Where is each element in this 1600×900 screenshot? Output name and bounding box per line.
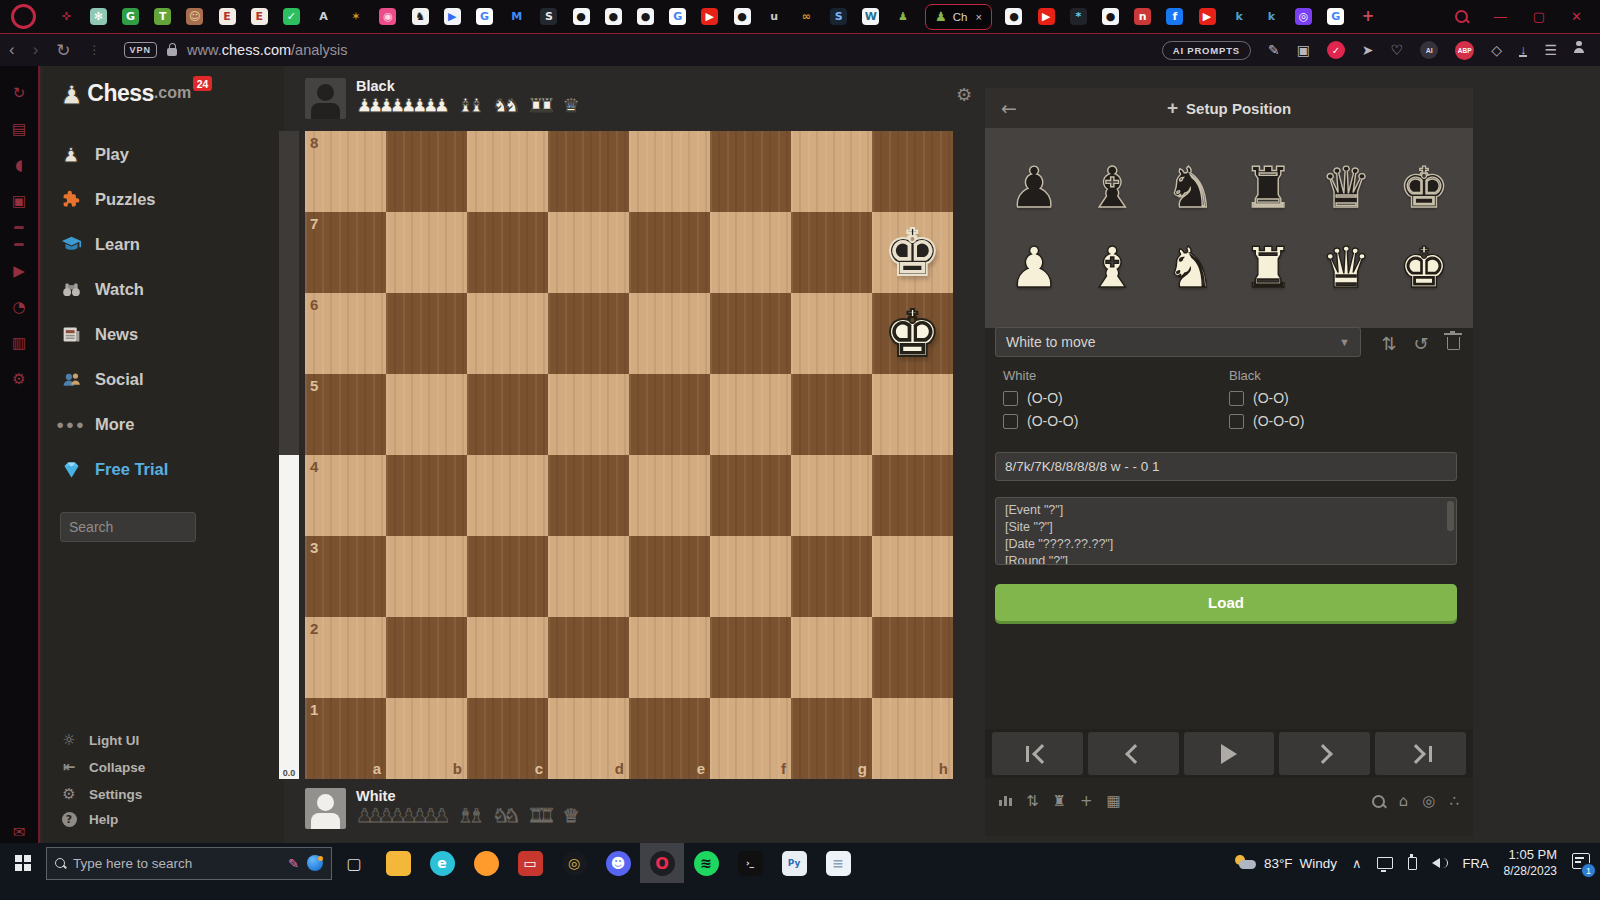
castling-option-row: (O-O-O) xyxy=(1003,413,1229,429)
castling-option-row: (O-O) xyxy=(1229,390,1455,406)
e-badge-favicon[interactable]: E xyxy=(251,8,268,25)
rank-label: 8 xyxy=(310,134,318,151)
vpn-badge[interactable]: VPN xyxy=(124,42,158,58)
sidebar-item-learn[interactable]: Learn xyxy=(60,222,284,267)
square-h1[interactable]: h xyxy=(872,698,953,779)
black-avatar[interactable] xyxy=(305,78,346,119)
shield-check-icon[interactable]: ✓ xyxy=(1327,41,1345,59)
threats-icon[interactable]: ♜ xyxy=(1053,792,1066,810)
captured-pawn-group: ♟♟♟♟♟♟♟♟ xyxy=(356,96,444,115)
square-d7[interactable] xyxy=(548,212,629,293)
square-e6[interactable] xyxy=(629,293,710,374)
square-f1[interactable]: f xyxy=(710,698,791,779)
wordpress-favicon[interactable]: W xyxy=(862,8,879,25)
puzzles-icon xyxy=(60,189,82,211)
action-center[interactable]: 1 xyxy=(1572,853,1590,873)
news-icon xyxy=(60,324,82,346)
file-label: e xyxy=(697,760,705,777)
infinity-favicon[interactable]: ∞ xyxy=(798,8,815,25)
black-king-palette-piece[interactable]: ♚ xyxy=(1399,148,1449,228)
discord-icon: ☻ xyxy=(606,851,631,876)
piece-palette: ♟♝♞♜♛♚♟♝♞♜♛♚ xyxy=(985,128,1473,328)
castling-checkbox[interactable] xyxy=(1229,391,1244,406)
github-favicon[interactable]: ● xyxy=(734,8,751,25)
help-icon: ? xyxy=(60,812,78,827)
square-a4[interactable]: 4 xyxy=(305,455,386,536)
white-bishop-palette-piece[interactable]: ♝ xyxy=(1087,228,1137,308)
share-icon[interactable]: ∴ xyxy=(1449,792,1459,810)
active-tab[interactable]: ♟ Ch × xyxy=(925,4,992,30)
sidebar-item-news[interactable]: News xyxy=(60,312,284,357)
sidebar-item-puzzles[interactable]: Puzzles xyxy=(60,177,284,222)
npm-favicon[interactable]: n xyxy=(1134,8,1151,25)
settings-icon: ⚙ xyxy=(60,785,78,803)
turn-select-dropdown[interactable]: White to move ▼ xyxy=(995,327,1361,357)
s-dark-favicon[interactable]: S xyxy=(540,8,557,25)
pgn-line: [Date "????.??.??"] xyxy=(1005,536,1447,553)
square-e7[interactable] xyxy=(629,212,710,293)
back-icon[interactable]: ‹ xyxy=(9,40,15,60)
black-knight-palette-piece[interactable]: ♞ xyxy=(1165,148,1215,228)
sidebar-item-free-trial[interactable]: Free Trial xyxy=(60,447,284,492)
react-favicon[interactable]: * xyxy=(1070,8,1087,25)
square-c6[interactable] xyxy=(467,293,548,374)
sidebar-footer-settings[interactable]: ⚙Settings xyxy=(60,785,145,803)
k-teal-favicon[interactable]: k xyxy=(1263,8,1280,25)
forward-icon[interactable]: › xyxy=(33,40,39,60)
square-g7[interactable] xyxy=(791,212,872,293)
file-explorer-taskbar-icon[interactable] xyxy=(376,843,420,883)
favorites-heart-icon[interactable]: ♡ xyxy=(1391,42,1404,58)
black-bishop-palette-piece[interactable]: ♝ xyxy=(1087,148,1137,228)
weather-temp: 83°F xyxy=(1264,856,1293,871)
flip-board-icon[interactable]: ⇅ xyxy=(1026,792,1039,810)
firefox-icon xyxy=(474,851,499,876)
square-d6[interactable] xyxy=(548,293,629,374)
square-e8[interactable] xyxy=(629,131,710,212)
lens-taskbar-icon[interactable]: ◎ xyxy=(552,843,596,883)
reload-icon[interactable]: ↻ xyxy=(56,40,70,60)
square-h6[interactable]: ♚ xyxy=(872,293,953,374)
snapshot-camera-icon[interactable]: ▣ xyxy=(1297,42,1310,58)
white-player-row: White ♟♟♟♟♟♟♟♟♝♝♞♞♜♜♛ xyxy=(305,788,587,829)
fen-input[interactable] xyxy=(995,452,1457,481)
square-c7[interactable] xyxy=(467,212,548,293)
logo-pawn-icon: ♟ xyxy=(60,80,83,110)
discord-taskbar-icon[interactable]: ☻ xyxy=(596,843,640,883)
square-h7[interactable]: ♚ xyxy=(872,212,953,293)
ai-prompts-button[interactable]: AI PROMPTS xyxy=(1162,41,1251,60)
chesscom-sidebar: ♟ Chess .com 24 ♟PlayPuzzlesLearnWatchNe… xyxy=(42,66,284,843)
reset-position-icon[interactable]: ↺ xyxy=(1409,331,1433,355)
collapse-icon: ⇤ xyxy=(60,758,78,776)
back-arrow-icon[interactable]: ← xyxy=(1001,97,1017,119)
google-favicon[interactable]: G xyxy=(669,8,686,25)
panel-title: Setup Position xyxy=(1186,100,1291,117)
spotify-taskbar-icon[interactable]: ≋ xyxy=(684,843,728,883)
square-c1[interactable]: c xyxy=(467,698,548,779)
watch-icon xyxy=(60,279,82,301)
rank-label: 4 xyxy=(310,458,318,475)
square-d8[interactable] xyxy=(548,131,629,212)
send-flow-icon[interactable]: ➤ xyxy=(1362,42,1374,58)
profile-icon[interactable] xyxy=(1574,48,1584,53)
play-circle-icon[interactable]: ▶ xyxy=(8,260,30,282)
castling-checkbox-label: (O-O-O) xyxy=(1253,413,1304,429)
square-d5[interactable] xyxy=(548,374,629,455)
square-f2[interactable] xyxy=(710,617,791,698)
square-g3[interactable] xyxy=(791,536,872,617)
square-f6[interactable] xyxy=(710,293,791,374)
castling-column-white: White(O-O)(O-O-O) xyxy=(1003,368,1229,429)
captured-queen-group: ♛ xyxy=(563,96,574,115)
file-label: c xyxy=(535,760,543,777)
tray-caret-icon[interactable]: ∧ xyxy=(1352,856,1362,871)
close-window-icon[interactable]: ✕ xyxy=(1571,9,1582,24)
square-b4[interactable] xyxy=(386,455,467,536)
square-b7[interactable] xyxy=(386,212,467,293)
pgn-textarea[interactable]: [Event "?"][Site "?"][Date "????.??.??"]… xyxy=(995,497,1457,565)
square-c4[interactable] xyxy=(467,455,548,536)
square-b8[interactable] xyxy=(386,131,467,212)
white-captured-pieces: ♟♟♟♟♟♟♟♟♝♝♞♞♜♜♛ xyxy=(356,805,587,825)
history-clock-icon[interactable]: ◔ xyxy=(8,296,30,318)
github-favicon[interactable]: ● xyxy=(1102,8,1119,25)
weather-condition: Windy xyxy=(1300,856,1338,871)
square-e4[interactable] xyxy=(629,455,710,536)
play-blue-favicon[interactable]: ▶ xyxy=(444,8,461,25)
castling-checkbox-label: (O-O) xyxy=(1253,390,1289,406)
square-a6[interactable]: 6 xyxy=(305,293,386,374)
pgn-line: [Event "?"] xyxy=(1005,502,1447,519)
file-label: h xyxy=(939,760,948,777)
youtube-favicon[interactable]: ▶ xyxy=(1199,8,1216,25)
dots-divider-icon: ⋮ xyxy=(89,43,101,57)
stats-icon[interactable] xyxy=(999,796,1012,806)
load-button[interactable]: Load xyxy=(995,584,1457,621)
sidebar-item-label: Learn xyxy=(95,235,140,254)
zoom-icon[interactable] xyxy=(1372,795,1385,808)
sidebar-footer-label: Collapse xyxy=(89,760,145,775)
castling-checkbox-label: (O-O) xyxy=(1027,390,1063,406)
square-f5[interactable] xyxy=(710,374,791,455)
square-h3[interactable] xyxy=(872,536,953,617)
rank-label: 6 xyxy=(310,296,318,313)
taskbar-apps: ▢e▭◎☻O≋›_Py≡ xyxy=(332,843,860,883)
youtube-favicon[interactable]: ▶ xyxy=(1038,8,1055,25)
taskbar-clock[interactable]: 1:05 PM 8/28/2023 xyxy=(1504,847,1557,878)
easy-setup-sliders-icon[interactable]: ☰ xyxy=(1544,42,1557,58)
black-rook-palette-piece[interactable]: ♜ xyxy=(1243,148,1293,228)
square-h4[interactable] xyxy=(872,455,953,536)
opera-gx-taskbar-icon[interactable]: O xyxy=(640,843,684,883)
social-icon xyxy=(60,369,82,391)
edge-taskbar-icon[interactable]: e xyxy=(420,843,464,883)
square-a8[interactable]: 8 xyxy=(305,131,386,212)
logo-tld: .com xyxy=(154,84,191,102)
tab-close-icon[interactable]: × xyxy=(975,11,981,23)
sidebar-search-input[interactable] xyxy=(60,512,196,542)
black-queen-palette-piece[interactable]: ♛ xyxy=(1321,148,1371,228)
address-url[interactable]: www.chess.com/analysis xyxy=(187,42,347,58)
notification-count-badge: 24 xyxy=(193,76,212,91)
browser-toolbar: ‹ › ↻ ⋮ VPN www.chess.com/analysis AI PR… xyxy=(0,34,1600,66)
square-b2[interactable] xyxy=(386,617,467,698)
square-h5[interactable] xyxy=(872,374,953,455)
minimize-icon[interactable]: — xyxy=(1494,9,1507,24)
black-player-name: Black xyxy=(356,78,587,94)
castling-checkbox[interactable] xyxy=(1229,414,1244,429)
square-d1[interactable]: d xyxy=(548,698,629,779)
practice-icon[interactable]: ◎ xyxy=(1422,792,1435,810)
sidebar-item-label: Watch xyxy=(95,280,144,299)
evaluation-bar: 0.0 xyxy=(279,131,299,779)
toolbox-taskbar-icon[interactable]: ▭ xyxy=(508,843,552,883)
square-g5[interactable] xyxy=(791,374,872,455)
green-app-favicon[interactable]: G xyxy=(122,8,139,25)
square-e5[interactable] xyxy=(629,374,710,455)
free-trial-icon xyxy=(60,459,82,481)
white-avatar[interactable] xyxy=(305,788,346,829)
square-b6[interactable] xyxy=(386,293,467,374)
clear-board-trash-icon[interactable] xyxy=(1441,331,1465,355)
nav-play-button[interactable] xyxy=(1184,732,1275,775)
spotify-icon: ≋ xyxy=(694,851,719,876)
white-knight-palette-piece[interactable]: ♞ xyxy=(1165,228,1215,308)
square-g8[interactable] xyxy=(791,131,872,212)
square-b3[interactable] xyxy=(386,536,467,617)
square-c2[interactable] xyxy=(467,617,548,698)
castling-side-label: White xyxy=(1003,368,1229,383)
square-g4[interactable] xyxy=(791,455,872,536)
square-c5[interactable] xyxy=(467,374,548,455)
gamepad-favicon[interactable]: ✜ xyxy=(58,8,75,25)
parrot-favicon[interactable]: ✶ xyxy=(347,8,364,25)
chesscom-logo[interactable]: ♟ Chess .com 24 xyxy=(60,80,284,110)
snapshot-icon[interactable]: ▣ xyxy=(8,190,30,212)
chesscom-pawn-favicon[interactable]: ♟ xyxy=(894,8,911,25)
k-teal-favicon[interactable]: k xyxy=(1231,8,1248,25)
square-c3[interactable] xyxy=(467,536,548,617)
github-favicon[interactable]: ● xyxy=(573,8,590,25)
search-decor-ball-icon xyxy=(307,855,323,871)
github-favicon[interactable]: ● xyxy=(605,8,622,25)
square-c8[interactable] xyxy=(467,131,548,212)
square-g1[interactable]: g xyxy=(791,698,872,779)
opera-logo-icon[interactable] xyxy=(11,4,36,29)
square-h2[interactable] xyxy=(872,617,953,698)
square-a7[interactable]: 7 xyxy=(305,212,386,293)
youtube-favicon[interactable]: ▶ xyxy=(701,8,718,25)
square-f3[interactable] xyxy=(710,536,791,617)
sidebar-footer-help[interactable]: ?Help xyxy=(60,812,145,827)
sidebar-item-play[interactable]: ♟Play xyxy=(60,132,284,177)
weather-widget[interactable]: 83°F Windy xyxy=(1235,855,1337,871)
chesscom-favicon: ♟ xyxy=(935,9,947,24)
sidebar-item-more[interactable]: ●●●More xyxy=(60,402,284,447)
mail-icon[interactable]: ✉ xyxy=(8,821,30,843)
extensions-box-icon[interactable]: ▥ xyxy=(8,332,30,354)
mj-favicon[interactable]: M xyxy=(508,8,525,25)
nav-next-button[interactable] xyxy=(1279,732,1370,775)
sidebar-footer-label: Light UI xyxy=(89,733,139,748)
white-king[interactable]: ♚ xyxy=(872,293,953,374)
chess-board[interactable]: 87♚6♚54321abcdefgh xyxy=(305,131,953,779)
move-navigation-row xyxy=(985,729,1473,778)
chatgpt-favicon[interactable]: ✻ xyxy=(90,8,107,25)
pgn-line: [Site "?"] xyxy=(1005,519,1447,536)
tab-search-icon[interactable] xyxy=(1455,10,1468,23)
help-circle-icon: ? xyxy=(62,812,77,827)
url-domain: chess.com xyxy=(222,42,291,58)
flip-board-icon[interactable]: ⇅ xyxy=(1377,331,1401,355)
board-settings-gear-icon[interactable]: ⚙ xyxy=(956,84,972,105)
notepad-taskbar-icon[interactable]: ≡ xyxy=(816,843,860,883)
sidebar-cube-icon[interactable]: ◇ xyxy=(1491,42,1502,58)
sidebar-footer-collapse[interactable]: ⇤Collapse xyxy=(60,758,145,776)
square-f8[interactable] xyxy=(710,131,791,212)
black-pawn-palette-piece[interactable]: ♟ xyxy=(1009,148,1059,228)
workspace-icon[interactable]: ▤ xyxy=(8,118,30,140)
new-tab-button[interactable]: + xyxy=(1360,8,1377,25)
square-e2[interactable] xyxy=(629,617,710,698)
sidebar-item-social[interactable]: Social xyxy=(60,357,284,402)
sidebar-item-label: Free Trial xyxy=(95,460,168,479)
python-file-taskbar-icon[interactable]: Py xyxy=(772,843,816,883)
chesscom-app: ♟ Chess .com 24 ♟PlayPuzzlesLearnWatchNe… xyxy=(42,66,1600,843)
castling-checkbox[interactable] xyxy=(1003,391,1018,406)
square-b1[interactable]: b xyxy=(386,698,467,779)
sidebar-item-label: Play xyxy=(95,145,129,164)
new-board-icon[interactable]: ▦ xyxy=(1107,792,1121,810)
nav-prev-button[interactable] xyxy=(1088,732,1179,775)
downloads-icon[interactable]: ↓ xyxy=(1519,44,1528,57)
square-g6[interactable] xyxy=(791,293,872,374)
edit-pin-icon[interactable]: ✎ xyxy=(1268,42,1280,58)
castling-checkbox[interactable] xyxy=(1003,414,1018,429)
square-a3[interactable]: 3 xyxy=(305,536,386,617)
white-queen-palette-piece[interactable]: ♛ xyxy=(1321,228,1371,308)
square-a5[interactable]: 5 xyxy=(305,374,386,455)
square-h8[interactable] xyxy=(872,131,953,212)
settings-gear-icon[interactable]: ⚙ xyxy=(8,368,30,390)
github-favicon[interactable]: ● xyxy=(1005,8,1022,25)
captured-rook-group: ♜♜ xyxy=(527,96,549,115)
palette-row-white: ♟♝♞♜♛♚ xyxy=(995,228,1463,308)
square-a2[interactable]: 2 xyxy=(305,617,386,698)
unity-favicon[interactable]: u xyxy=(766,8,783,25)
sidebar-item-watch[interactable]: Watch xyxy=(60,267,284,312)
url-path: /analysis xyxy=(291,42,347,58)
more-icon: ●●● xyxy=(60,414,82,436)
anime-favicon[interactable]: ☺ xyxy=(186,8,203,25)
sync-icon[interactable]: ↻ xyxy=(8,82,30,104)
task-view-icon: ▢ xyxy=(342,851,367,876)
learn-icon xyxy=(60,234,82,256)
active-tab-label: Ch xyxy=(953,11,968,23)
captured-bishop-group: ♝♝ xyxy=(457,806,479,825)
adblock-plus-icon[interactable]: ABP xyxy=(1455,41,1474,60)
sidebar-footer: ☼Light UI⇤Collapse⚙Settings?Help xyxy=(60,731,145,827)
opera-side-rail: ↻▤◖▣♟ϟ☏◎▶◔▥⚙✉ xyxy=(0,66,40,843)
evaluation-white-part xyxy=(279,455,299,779)
dribbble-favicon[interactable]: ◉ xyxy=(379,8,396,25)
square-b5[interactable] xyxy=(386,374,467,455)
file-explorer-icon xyxy=(386,851,411,876)
window-controls: — ▢ ✕ xyxy=(1455,9,1600,24)
square-d2[interactable] xyxy=(548,617,629,698)
rail-divider xyxy=(14,226,24,229)
castling-side-label: Black xyxy=(1229,368,1455,383)
square-d4[interactable] xyxy=(548,455,629,536)
black-king[interactable]: ♚ xyxy=(872,212,953,293)
cmd-taskbar-icon[interactable]: ›_ xyxy=(728,843,772,883)
maximize-icon[interactable]: ▢ xyxy=(1533,9,1545,24)
trash-icon xyxy=(1447,337,1460,350)
file-label: d xyxy=(615,760,624,777)
white-pawn-palette-piece[interactable]: ♟ xyxy=(1009,228,1059,308)
white-king-palette-piece[interactable]: ♚ xyxy=(1399,228,1449,308)
chess-horse-favicon[interactable]: ♞ xyxy=(412,8,429,25)
rank-label: 3 xyxy=(310,539,318,556)
nav-first-button[interactable] xyxy=(992,732,1083,775)
sidebar-footer-light-ui[interactable]: ☼Light UI xyxy=(60,731,145,749)
light-ui-icon: ☼ xyxy=(60,731,78,749)
pgn-scrollbar[interactable] xyxy=(1447,501,1454,531)
taskbar-search-box[interactable]: Type here to search ✎ xyxy=(46,847,332,880)
square-f7[interactable] xyxy=(710,212,791,293)
start-button[interactable] xyxy=(0,843,46,883)
panel-header: ← + Setup Position xyxy=(985,88,1473,128)
tab-strip-after: ●▶*●nf▶kk◎G xyxy=(998,8,1352,25)
tray-monitor-icon[interactable] xyxy=(1377,857,1393,869)
castling-checkbox-label: (O-O-O) xyxy=(1027,413,1078,429)
square-f4[interactable] xyxy=(710,455,791,536)
firefox-taskbar-icon[interactable] xyxy=(464,843,508,883)
plus-icon: + xyxy=(1167,97,1178,119)
notepad-icon: ≡ xyxy=(826,851,851,876)
chevron-down-icon: ▼ xyxy=(1339,336,1350,348)
language-indicator[interactable]: FRA xyxy=(1463,856,1489,871)
aria-ai-icon[interactable]: AI xyxy=(1420,41,1438,59)
square-d3[interactable] xyxy=(548,536,629,617)
e-badge-favicon[interactable]: E xyxy=(219,8,236,25)
s-blue-favicon[interactable]: S xyxy=(830,8,847,25)
google-favicon[interactable]: G xyxy=(1327,8,1344,25)
captured-knight-group: ♞♞ xyxy=(492,806,514,825)
tray-usb-icon[interactable] xyxy=(1408,857,1417,870)
explorer-icon[interactable]: ⌂ xyxy=(1399,792,1409,810)
a-paren-favicon[interactable]: A xyxy=(315,8,332,25)
square-g2[interactable] xyxy=(791,617,872,698)
square-a1[interactable]: 1a xyxy=(305,698,386,779)
github-favicon[interactable]: ● xyxy=(637,8,654,25)
square-e3[interactable] xyxy=(629,536,710,617)
search-decor-pencil-icon: ✎ xyxy=(288,856,299,871)
purple-app-favicon[interactable]: ◎ xyxy=(1295,8,1312,25)
check-green-favicon[interactable]: ✓ xyxy=(283,8,300,25)
nav-last-button[interactable] xyxy=(1375,732,1466,775)
square-e1[interactable]: e xyxy=(629,698,710,779)
facebook-favicon[interactable]: f xyxy=(1166,8,1183,25)
chat-icon[interactable]: ◖ xyxy=(8,154,30,176)
tray-speaker-icon[interactable] xyxy=(1432,858,1448,868)
white-rook-palette-piece[interactable]: ♜ xyxy=(1243,228,1293,308)
task-view-taskbar-icon[interactable]: ▢ xyxy=(332,843,376,883)
google-favicon[interactable]: G xyxy=(476,8,493,25)
add-icon[interactable]: + xyxy=(1080,792,1093,810)
t-green-favicon[interactable]: T xyxy=(154,8,171,25)
